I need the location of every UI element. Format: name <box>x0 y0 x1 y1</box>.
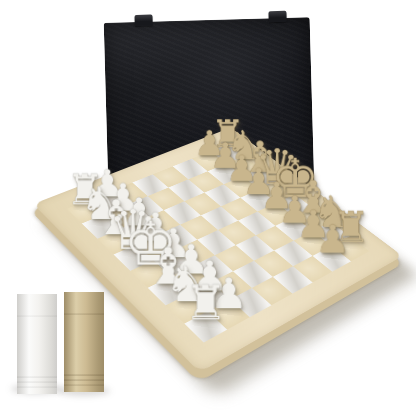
board-square <box>148 277 189 306</box>
board-square <box>230 288 271 317</box>
board-square <box>184 311 227 342</box>
board-square <box>293 256 332 283</box>
board-square <box>153 250 193 277</box>
board-square <box>171 266 212 294</box>
display-rook-white <box>17 294 57 394</box>
board-square <box>166 294 208 324</box>
board-square <box>193 255 233 282</box>
board-scene: ♜♞♝♛♚♝♞♜♟♟♟♟♟♟♟♟♟♟♟♟♟♟♟♟♜♞♝♛♚♝♞♜ <box>0 0 416 416</box>
board-square <box>82 214 121 239</box>
board-square <box>197 230 236 255</box>
board-square <box>113 244 153 271</box>
board-square <box>208 300 250 330</box>
display-rook-tan <box>64 292 104 392</box>
tan-rook-silhouette <box>64 292 104 392</box>
board-square <box>97 229 136 255</box>
board-square <box>130 260 171 288</box>
product-photo: ♜♞♝♛♚♝♞♜♟♟♟♟♟♟♟♟♟♟♟♟♟♟♟♟♜♞♝♛♚♝♞♜ <box>0 0 416 416</box>
board-square <box>159 225 198 250</box>
board-square <box>313 246 352 272</box>
white-rook-silhouette <box>17 294 57 394</box>
perspective-wrapper: ♜♞♝♛♚♝♞♜♟♟♟♟♟♟♟♟♟♟♟♟♟♟♟♟♜♞♝♛♚♝♞♜ <box>0 0 416 416</box>
board-square <box>273 266 313 293</box>
board-square <box>120 219 159 244</box>
board-square <box>189 282 230 311</box>
board-square <box>215 245 254 271</box>
board-square <box>176 240 215 266</box>
board-square <box>252 277 293 305</box>
board-square <box>274 241 313 267</box>
board-square <box>236 235 275 260</box>
board-square <box>233 261 273 288</box>
board-square <box>136 234 175 260</box>
board-square <box>211 271 252 299</box>
board-square <box>254 251 293 277</box>
